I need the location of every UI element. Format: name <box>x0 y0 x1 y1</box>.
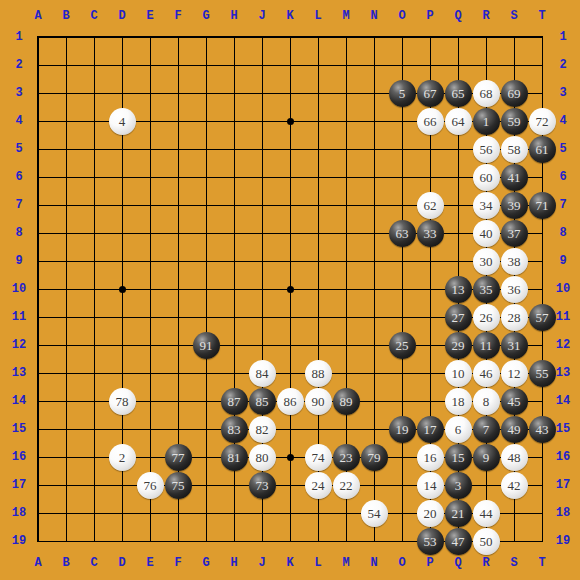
col-label-top-T: T <box>538 10 545 22</box>
row-label-right-5: 5 <box>559 143 566 155</box>
row-label-left-10: 10 <box>12 283 26 295</box>
stone-white-move-14-P17[interactable]: 14 <box>417 472 444 499</box>
row-label-right-8: 8 <box>559 227 566 239</box>
stone-black-move-29-Q12[interactable]: 29 <box>445 332 472 359</box>
stone-white-move-4-D4[interactable]: 4 <box>109 108 136 135</box>
stone-black-move-43-T15[interactable]: 43 <box>529 416 556 443</box>
stone-white-move-20-P18[interactable]: 20 <box>417 500 444 527</box>
stone-white-move-18-Q14[interactable]: 18 <box>445 388 472 415</box>
col-label-bottom-T: T <box>538 557 545 569</box>
row-label-left-5: 5 <box>15 143 22 155</box>
stone-black-move-41-S6[interactable]: 41 <box>501 164 528 191</box>
col-label-top-Q: Q <box>454 10 461 22</box>
stone-black-move-91-G12[interactable]: 91 <box>193 332 220 359</box>
col-label-top-B: B <box>62 10 69 22</box>
row-label-right-11: 11 <box>556 311 570 323</box>
stone-white-move-2-D16[interactable]: 2 <box>109 444 136 471</box>
stone-white-move-90-L14[interactable]: 90 <box>305 388 332 415</box>
stone-black-move-67-P3[interactable]: 67 <box>417 80 444 107</box>
stone-white-move-62-P7[interactable]: 62 <box>417 192 444 219</box>
col-label-top-D: D <box>118 10 125 22</box>
col-label-bottom-F: F <box>174 557 181 569</box>
col-label-top-K: K <box>286 10 293 22</box>
stone-black-move-39-S7[interactable]: 39 <box>501 192 528 219</box>
row-label-left-14: 14 <box>12 395 26 407</box>
stone-white-move-46-R13[interactable]: 46 <box>473 360 500 387</box>
col-label-top-J: J <box>258 10 265 22</box>
stone-black-move-65-Q3[interactable]: 65 <box>445 80 472 107</box>
row-label-left-13: 13 <box>12 367 26 379</box>
row-label-left-16: 16 <box>12 451 26 463</box>
stone-black-move-9-R16[interactable]: 9 <box>473 444 500 471</box>
col-label-top-H: H <box>230 10 237 22</box>
stone-black-move-3-Q17[interactable]: 3 <box>445 472 472 499</box>
row-label-right-10: 10 <box>556 283 570 295</box>
row-label-right-15: 15 <box>556 423 570 435</box>
stone-black-move-59-S4[interactable]: 59 <box>501 108 528 135</box>
col-label-top-G: G <box>202 10 209 22</box>
stone-white-move-34-R7[interactable]: 34 <box>473 192 500 219</box>
row-label-right-17: 17 <box>556 479 570 491</box>
row-label-left-8: 8 <box>15 227 22 239</box>
row-label-left-4: 4 <box>15 115 22 127</box>
stone-white-move-56-R5[interactable]: 56 <box>473 136 500 163</box>
col-label-bottom-E: E <box>146 557 153 569</box>
stone-white-move-38-S9[interactable]: 38 <box>501 248 528 275</box>
stone-white-move-42-S17[interactable]: 42 <box>501 472 528 499</box>
row-label-left-1: 1 <box>15 31 22 43</box>
stone-black-move-21-Q18[interactable]: 21 <box>445 500 472 527</box>
row-label-right-3: 3 <box>559 87 566 99</box>
stone-white-move-8-R14[interactable]: 8 <box>473 388 500 415</box>
col-label-bottom-L: L <box>314 557 321 569</box>
stone-black-move-69-S3[interactable]: 69 <box>501 80 528 107</box>
stone-black-move-71-T7[interactable]: 71 <box>529 192 556 219</box>
stone-black-move-35-R10[interactable]: 35 <box>473 276 500 303</box>
stone-white-move-28-S11[interactable]: 28 <box>501 304 528 331</box>
row-label-right-16: 16 <box>556 451 570 463</box>
col-label-bottom-Q: Q <box>454 557 461 569</box>
col-label-bottom-H: H <box>230 557 237 569</box>
col-label-top-F: F <box>174 10 181 22</box>
stone-black-move-79-N16[interactable]: 79 <box>361 444 388 471</box>
col-label-bottom-R: R <box>482 557 489 569</box>
row-label-right-13: 13 <box>556 367 570 379</box>
stone-white-move-44-R18[interactable]: 44 <box>473 500 500 527</box>
col-label-top-N: N <box>370 10 377 22</box>
col-label-bottom-J: J <box>258 557 265 569</box>
col-label-top-E: E <box>146 10 153 22</box>
stone-white-move-80-J16[interactable]: 80 <box>249 444 276 471</box>
stone-black-move-57-T11[interactable]: 57 <box>529 304 556 331</box>
col-label-bottom-M: M <box>342 557 349 569</box>
col-label-top-C: C <box>90 10 97 22</box>
stone-black-move-5-O3[interactable]: 5 <box>389 80 416 107</box>
stone-black-move-13-Q10[interactable]: 13 <box>445 276 472 303</box>
row-label-right-18: 18 <box>556 507 570 519</box>
stone-white-move-60-R6[interactable]: 60 <box>473 164 500 191</box>
stone-white-move-12-S13[interactable]: 12 <box>501 360 528 387</box>
stone-black-move-61-T5[interactable]: 61 <box>529 136 556 163</box>
stone-black-move-37-S8[interactable]: 37 <box>501 220 528 247</box>
stone-black-move-55-T13[interactable]: 55 <box>529 360 556 387</box>
row-label-right-9: 9 <box>559 255 566 267</box>
row-label-left-18: 18 <box>12 507 26 519</box>
stone-white-move-26-R11[interactable]: 26 <box>473 304 500 331</box>
stone-white-move-16-P16[interactable]: 16 <box>417 444 444 471</box>
stone-black-move-47-Q19[interactable]: 47 <box>445 528 472 555</box>
col-label-top-M: M <box>342 10 349 22</box>
col-label-bottom-D: D <box>118 557 125 569</box>
col-label-bottom-A: A <box>34 557 41 569</box>
col-label-bottom-O: O <box>398 557 405 569</box>
stone-white-move-68-R3[interactable]: 68 <box>473 80 500 107</box>
stone-white-move-36-S10[interactable]: 36 <box>501 276 528 303</box>
stone-white-move-72-T4[interactable]: 72 <box>529 108 556 135</box>
row-label-right-14: 14 <box>556 395 570 407</box>
stone-white-move-64-Q4[interactable]: 64 <box>445 108 472 135</box>
stone-white-move-30-R9[interactable]: 30 <box>473 248 500 275</box>
row-label-left-15: 15 <box>12 423 26 435</box>
col-label-top-O: O <box>398 10 405 22</box>
stone-white-move-24-L17[interactable]: 24 <box>305 472 332 499</box>
stone-white-move-54-N18[interactable]: 54 <box>361 500 388 527</box>
col-label-bottom-G: G <box>202 557 209 569</box>
col-label-top-P: P <box>426 10 433 22</box>
stone-black-move-87-H14[interactable]: 87 <box>221 388 248 415</box>
row-label-left-19: 19 <box>12 535 26 547</box>
stone-black-move-81-H16[interactable]: 81 <box>221 444 248 471</box>
go-board[interactable]: 1234567891011121314151617181920212223242… <box>24 23 556 555</box>
stone-white-move-6-Q15[interactable]: 6 <box>445 416 472 443</box>
row-label-left-7: 7 <box>15 199 22 211</box>
stone-black-move-7-R15[interactable]: 7 <box>473 416 500 443</box>
stone-white-move-50-R19[interactable]: 50 <box>473 528 500 555</box>
stone-black-move-75-F17[interactable]: 75 <box>165 472 192 499</box>
col-label-bottom-B: B <box>62 557 69 569</box>
stone-white-move-86-K14[interactable]: 86 <box>277 388 304 415</box>
stone-black-move-73-J17[interactable]: 73 <box>249 472 276 499</box>
stone-white-move-78-D14[interactable]: 78 <box>109 388 136 415</box>
stone-white-move-74-L16[interactable]: 74 <box>305 444 332 471</box>
stone-black-move-23-M16[interactable]: 23 <box>333 444 360 471</box>
stone-black-move-53-P19[interactable]: 53 <box>417 528 444 555</box>
row-label-left-11: 11 <box>12 311 26 323</box>
row-label-right-6: 6 <box>559 171 566 183</box>
stone-black-move-25-O12[interactable]: 25 <box>389 332 416 359</box>
stone-white-move-82-J15[interactable]: 82 <box>249 416 276 443</box>
stone-white-move-84-J13[interactable]: 84 <box>249 360 276 387</box>
stone-white-move-76-E17[interactable]: 76 <box>137 472 164 499</box>
col-label-bottom-C: C <box>90 557 97 569</box>
row-label-left-17: 17 <box>12 479 26 491</box>
col-label-top-R: R <box>482 10 489 22</box>
stone-black-move-27-Q11[interactable]: 27 <box>445 304 472 331</box>
col-label-bottom-K: K <box>286 557 293 569</box>
row-label-left-2: 2 <box>15 59 22 71</box>
col-label-top-L: L <box>314 10 321 22</box>
stone-black-move-77-F16[interactable]: 77 <box>165 444 192 471</box>
stone-white-move-10-Q13[interactable]: 10 <box>445 360 472 387</box>
stone-black-move-15-Q16[interactable]: 15 <box>445 444 472 471</box>
stone-black-move-17-P15[interactable]: 17 <box>417 416 444 443</box>
stone-black-move-63-O8[interactable]: 63 <box>389 220 416 247</box>
go-board-diagram: 1234567891011121314151617181920212223242… <box>0 0 580 580</box>
stone-black-move-33-P8[interactable]: 33 <box>417 220 444 247</box>
stone-black-move-1-R4[interactable]: 1 <box>473 108 500 135</box>
row-label-right-19: 19 <box>556 535 570 547</box>
stone-white-move-88-L13[interactable]: 88 <box>305 360 332 387</box>
col-label-top-A: A <box>34 10 41 22</box>
stone-white-move-40-R8[interactable]: 40 <box>473 220 500 247</box>
stone-black-move-89-M14[interactable]: 89 <box>333 388 360 415</box>
row-label-right-12: 12 <box>556 339 570 351</box>
col-label-bottom-N: N <box>370 557 377 569</box>
row-label-left-9: 9 <box>15 255 22 267</box>
stone-black-move-83-H15[interactable]: 83 <box>221 416 248 443</box>
row-label-right-7: 7 <box>559 199 566 211</box>
stone-black-move-85-J14[interactable]: 85 <box>249 388 276 415</box>
row-label-right-1: 1 <box>559 31 566 43</box>
stone-black-move-31-S12[interactable]: 31 <box>501 332 528 359</box>
stone-black-move-49-S15[interactable]: 49 <box>501 416 528 443</box>
row-label-left-12: 12 <box>12 339 26 351</box>
row-label-left-3: 3 <box>15 87 22 99</box>
stone-black-move-11-R12[interactable]: 11 <box>473 332 500 359</box>
col-label-bottom-P: P <box>426 557 433 569</box>
stone-white-move-58-S5[interactable]: 58 <box>501 136 528 163</box>
col-label-top-S: S <box>510 10 517 22</box>
stone-black-move-19-O15[interactable]: 19 <box>389 416 416 443</box>
stone-white-move-48-S16[interactable]: 48 <box>501 444 528 471</box>
row-label-right-2: 2 <box>559 59 566 71</box>
stone-black-move-45-S14[interactable]: 45 <box>501 388 528 415</box>
row-label-right-4: 4 <box>559 115 566 127</box>
stone-white-move-66-P4[interactable]: 66 <box>417 108 444 135</box>
col-label-bottom-S: S <box>510 557 517 569</box>
row-label-left-6: 6 <box>15 171 22 183</box>
stone-white-move-22-M17[interactable]: 22 <box>333 472 360 499</box>
